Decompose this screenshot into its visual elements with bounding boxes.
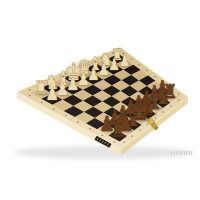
piece-black-rook: ♜ bbox=[109, 116, 126, 142]
coordinate-mark bbox=[77, 121, 79, 123]
coordinate-mark bbox=[138, 64, 140, 66]
chess-set-photo: ♜♞♟♝♟♛♟♚♟♝♟♞♟♟♜♟♜♟♟♟♞♟♝♟♛♟♚♟♝♟♞♜ bbox=[0, 0, 200, 200]
board-shadow bbox=[14, 146, 194, 159]
coordinate-mark bbox=[29, 89, 31, 91]
coordinate-mark bbox=[178, 99, 180, 101]
coordinate-mark bbox=[131, 58, 133, 60]
product-photo: ♜♞♟♝♟♛♟♚♟♝♟♞♟♟♜♟♜♟♟♟♞♟♝♟♛♟♚♟♝♟♞♜ bbox=[0, 0, 200, 200]
coordinate-mark bbox=[53, 108, 55, 110]
coordinate-mark bbox=[41, 101, 43, 103]
coordinate-mark bbox=[29, 95, 31, 97]
coordinate-mark bbox=[178, 93, 180, 95]
coordinate-mark bbox=[146, 70, 148, 72]
coordinate-mark bbox=[89, 128, 91, 130]
coordinate-mark bbox=[170, 105, 172, 107]
watermark-text bbox=[171, 151, 193, 155]
piece-white-pawn: ♟ bbox=[45, 83, 59, 105]
piece-white-pawn: ♟ bbox=[108, 56, 120, 73]
coordinate-mark bbox=[65, 115, 67, 117]
piece-white-pawn: ♟ bbox=[119, 51, 130, 68]
